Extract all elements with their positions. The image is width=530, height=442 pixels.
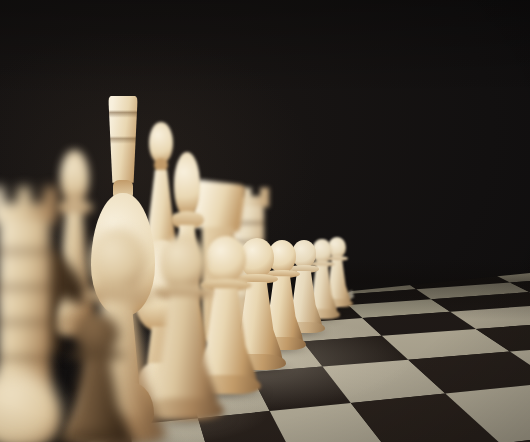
white-pawn-shadowed-p-base — [59, 430, 135, 442]
white-bishop-p-head — [60, 150, 89, 206]
white-piece-corner-o-blob — [0, 370, 60, 442]
white-king-k-crown — [108, 96, 137, 183]
white-pawn-1-p-head — [90, 229, 145, 294]
white-pawn-shadowed-p-head — [75, 314, 119, 354]
white-pawn-shadowed — [59, 314, 135, 442]
white-pawn-2-p-head — [160, 235, 207, 291]
chess-photo-scene — [0, 0, 530, 442]
white-pawn-shadowed-p-body — [64, 358, 131, 436]
white-piece-corner — [0, 370, 60, 442]
white-rook-r-crown — [0, 184, 57, 223]
pieces-layer — [0, 0, 530, 442]
